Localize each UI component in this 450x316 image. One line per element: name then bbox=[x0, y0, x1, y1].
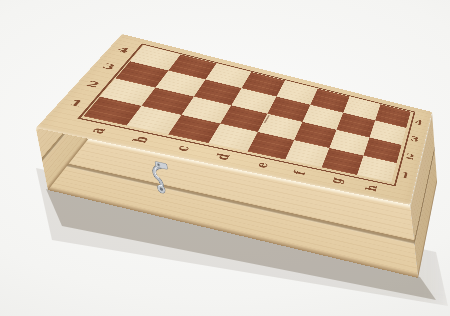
rank-label-left-3: 3 bbox=[100, 61, 117, 71]
product-photo-scene: 43214321abcdefgh bbox=[0, 0, 450, 316]
rank-label-right-1: 1 bbox=[400, 170, 411, 180]
file-label-g: g bbox=[327, 176, 345, 185]
file-label-h: h bbox=[363, 183, 380, 192]
file-label-d: d bbox=[212, 152, 233, 161]
rank-label-left-2: 2 bbox=[84, 79, 102, 89]
rank-label-left-1: 1 bbox=[67, 97, 86, 108]
rank-label-right-3: 3 bbox=[410, 134, 420, 143]
rank-label-right-4: 4 bbox=[414, 118, 424, 127]
file-label-f: f bbox=[290, 169, 308, 176]
file-label-c: c bbox=[172, 144, 194, 153]
rank-label-right-2: 2 bbox=[405, 152, 415, 162]
rank-label-left-4: 4 bbox=[115, 45, 131, 54]
file-label-e: e bbox=[252, 161, 272, 170]
file-label-b: b bbox=[129, 135, 152, 145]
latch-icon bbox=[148, 158, 174, 197]
file-label-a: a bbox=[85, 126, 109, 135]
